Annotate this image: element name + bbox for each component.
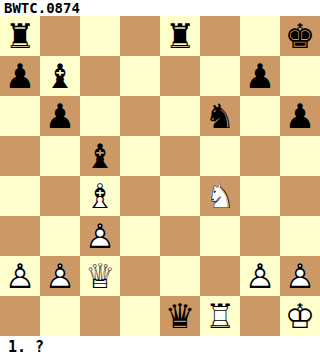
square-d2[interactable] bbox=[120, 256, 160, 296]
square-c4[interactable]: ♝♗ bbox=[80, 176, 120, 216]
white-pawn-piece: ♟♙ bbox=[80, 216, 120, 256]
black-pawn-piece: ♟ bbox=[240, 56, 280, 96]
square-c3[interactable]: ♟♙ bbox=[80, 216, 120, 256]
black-king-piece: ♚ bbox=[280, 16, 320, 56]
square-e5[interactable] bbox=[160, 136, 200, 176]
square-a3[interactable] bbox=[0, 216, 40, 256]
square-g4[interactable] bbox=[240, 176, 280, 216]
square-e6[interactable] bbox=[160, 96, 200, 136]
square-e4[interactable] bbox=[160, 176, 200, 216]
chess-board: ♜♜♚♟♝♟♟♞♟♝♝♗♞♘♟♙♟♙♟♙♛♕♟♙♟♙♛♜♖♚♔ bbox=[0, 16, 320, 336]
black-rook-piece: ♜ bbox=[0, 16, 40, 56]
square-d8[interactable] bbox=[120, 16, 160, 56]
square-e8[interactable]: ♜ bbox=[160, 16, 200, 56]
square-f1[interactable]: ♜♖ bbox=[200, 296, 240, 336]
square-f3[interactable] bbox=[200, 216, 240, 256]
black-bishop-piece: ♝ bbox=[40, 56, 80, 96]
white-king-piece: ♚♔ bbox=[280, 296, 320, 336]
square-g3[interactable] bbox=[240, 216, 280, 256]
black-knight-piece: ♞ bbox=[200, 96, 240, 136]
square-b2[interactable]: ♟♙ bbox=[40, 256, 80, 296]
square-g7[interactable]: ♟ bbox=[240, 56, 280, 96]
white-pawn-piece: ♟♙ bbox=[40, 256, 80, 296]
white-pawn-piece: ♟♙ bbox=[240, 256, 280, 296]
black-pawn-piece: ♟ bbox=[0, 56, 40, 96]
square-f2[interactable] bbox=[200, 256, 240, 296]
square-h1[interactable]: ♚♔ bbox=[280, 296, 320, 336]
square-h6[interactable]: ♟ bbox=[280, 96, 320, 136]
square-b3[interactable] bbox=[40, 216, 80, 256]
square-e7[interactable] bbox=[160, 56, 200, 96]
square-c8[interactable] bbox=[80, 16, 120, 56]
square-a5[interactable] bbox=[0, 136, 40, 176]
white-pawn-piece: ♟♙ bbox=[0, 256, 40, 296]
square-f7[interactable] bbox=[200, 56, 240, 96]
square-d3[interactable] bbox=[120, 216, 160, 256]
square-h8[interactable]: ♚ bbox=[280, 16, 320, 56]
white-bishop-piece: ♝♗ bbox=[80, 176, 120, 216]
square-b7[interactable]: ♝ bbox=[40, 56, 80, 96]
square-c1[interactable] bbox=[80, 296, 120, 336]
puzzle-title: BWTC.0874 bbox=[0, 0, 320, 16]
square-f6[interactable]: ♞ bbox=[200, 96, 240, 136]
square-d1[interactable] bbox=[120, 296, 160, 336]
square-c7[interactable] bbox=[80, 56, 120, 96]
square-c5[interactable]: ♝ bbox=[80, 136, 120, 176]
square-e2[interactable] bbox=[160, 256, 200, 296]
white-knight-piece: ♞♘ bbox=[200, 176, 240, 216]
square-g2[interactable]: ♟♙ bbox=[240, 256, 280, 296]
white-queen-piece: ♛♕ bbox=[80, 256, 120, 296]
square-g8[interactable] bbox=[240, 16, 280, 56]
square-g6[interactable] bbox=[240, 96, 280, 136]
square-e3[interactable] bbox=[160, 216, 200, 256]
square-a2[interactable]: ♟♙ bbox=[0, 256, 40, 296]
square-a4[interactable] bbox=[0, 176, 40, 216]
square-h7[interactable] bbox=[280, 56, 320, 96]
square-f8[interactable] bbox=[200, 16, 240, 56]
square-h4[interactable] bbox=[280, 176, 320, 216]
black-bishop-piece: ♝ bbox=[80, 136, 120, 176]
square-h2[interactable]: ♟♙ bbox=[280, 256, 320, 296]
square-d7[interactable] bbox=[120, 56, 160, 96]
square-g1[interactable] bbox=[240, 296, 280, 336]
square-b6[interactable]: ♟ bbox=[40, 96, 80, 136]
square-b1[interactable] bbox=[40, 296, 80, 336]
square-e1[interactable]: ♛ bbox=[160, 296, 200, 336]
square-a1[interactable] bbox=[0, 296, 40, 336]
square-a8[interactable]: ♜ bbox=[0, 16, 40, 56]
white-pawn-piece: ♟♙ bbox=[280, 256, 320, 296]
square-b4[interactable] bbox=[40, 176, 80, 216]
square-a7[interactable]: ♟ bbox=[0, 56, 40, 96]
square-b8[interactable] bbox=[40, 16, 80, 56]
square-h3[interactable] bbox=[280, 216, 320, 256]
black-rook-piece: ♜ bbox=[160, 16, 200, 56]
square-d5[interactable] bbox=[120, 136, 160, 176]
square-h5[interactable] bbox=[280, 136, 320, 176]
white-rook-piece: ♜♖ bbox=[200, 296, 240, 336]
square-c2[interactable]: ♛♕ bbox=[80, 256, 120, 296]
square-b5[interactable] bbox=[40, 136, 80, 176]
square-g5[interactable] bbox=[240, 136, 280, 176]
square-f4[interactable]: ♞♘ bbox=[200, 176, 240, 216]
black-pawn-piece: ♟ bbox=[40, 96, 80, 136]
square-c6[interactable] bbox=[80, 96, 120, 136]
black-queen-piece: ♛ bbox=[160, 296, 200, 336]
square-a6[interactable] bbox=[0, 96, 40, 136]
black-pawn-piece: ♟ bbox=[280, 96, 320, 136]
square-d4[interactable] bbox=[120, 176, 160, 216]
move-prompt: 1. ? bbox=[0, 336, 320, 360]
square-f5[interactable] bbox=[200, 136, 240, 176]
square-d6[interactable] bbox=[120, 96, 160, 136]
